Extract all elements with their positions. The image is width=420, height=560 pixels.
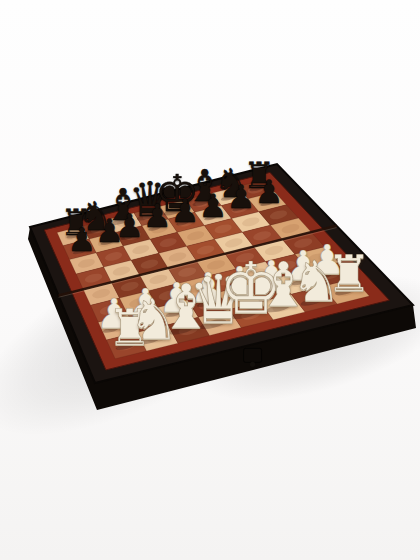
chess-set-photo: ♜♞♝♛♚♝♞♜♟♟♟♟♟♟♟♟♟♟♟♟♟♟♟♟♜♞♝♛♚♝♞♜ [0,0,420,560]
chess-board [0,0,420,560]
latch-knob [250,362,255,367]
latch-clasp [244,348,262,362]
